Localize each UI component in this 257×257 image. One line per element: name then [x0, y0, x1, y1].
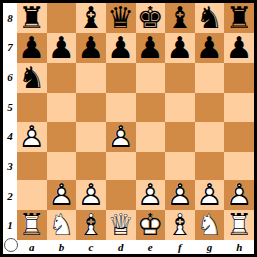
rank-label-6: 6	[3, 62, 17, 92]
square-h6[interactable]	[224, 63, 254, 93]
rank-label-5: 5	[3, 92, 17, 122]
square-f6[interactable]	[165, 63, 195, 93]
square-c5[interactable]	[76, 93, 106, 122]
piece-outline-layer: ♘	[196, 210, 223, 240]
piece-black-pawn[interactable]: ♟	[224, 33, 254, 63]
piece-outline-layer: ♙	[226, 180, 253, 210]
square-a6[interactable]: ♞	[17, 63, 47, 93]
square-c6[interactable]	[76, 63, 106, 93]
square-d8[interactable]: ♛	[106, 3, 136, 33]
square-f1[interactable]: ♝♗	[165, 210, 195, 240]
square-d1[interactable]: ♛♕	[106, 210, 136, 240]
square-b3[interactable]	[47, 152, 77, 181]
square-g6[interactable]	[195, 63, 225, 93]
square-e3[interactable]	[136, 152, 166, 181]
piece-black-pawn[interactable]: ♟	[47, 33, 77, 63]
square-g3[interactable]	[195, 152, 225, 181]
square-b4[interactable]	[47, 122, 77, 152]
piece-white-pawn[interactable]: ♟♙	[106, 122, 136, 152]
rank-label-2: 2	[3, 181, 17, 211]
square-g5[interactable]	[195, 93, 225, 122]
square-g4[interactable]	[195, 122, 225, 152]
square-g8[interactable]: ♞	[195, 3, 225, 33]
square-f2[interactable]: ♟♙	[165, 180, 195, 210]
piece-white-knight[interactable]: ♞♘	[195, 210, 225, 240]
piece-outline-layer: ♙	[18, 122, 45, 152]
piece-black-queen[interactable]: ♛	[106, 3, 136, 33]
piece-white-bishop[interactable]: ♝♗	[165, 210, 195, 240]
square-f7[interactable]: ♟	[165, 33, 195, 63]
rank-label-7: 7	[3, 33, 17, 63]
piece-black-pawn[interactable]: ♟	[17, 33, 47, 63]
piece-white-rook[interactable]: ♜♖	[17, 210, 47, 240]
square-f4[interactable]	[165, 122, 195, 152]
square-b8[interactable]	[47, 3, 77, 33]
piece-outline-layer: ♙	[78, 180, 105, 210]
piece-outline-layer: ♙	[107, 122, 134, 152]
square-b7[interactable]: ♟	[47, 33, 77, 63]
piece-outline-layer: ♙	[137, 180, 164, 210]
piece-white-pawn[interactable]: ♟♙	[136, 180, 166, 210]
piece-outline-layer: ♖	[18, 210, 45, 240]
piece-outline-layer: ♗	[166, 210, 193, 240]
square-h7[interactable]: ♟	[224, 33, 254, 63]
piece-black-pawn[interactable]: ♟	[106, 33, 136, 63]
piece-black-rook[interactable]: ♜	[224, 3, 254, 33]
piece-black-knight[interactable]: ♞	[195, 3, 225, 33]
piece-white-rook[interactable]: ♜♖	[224, 210, 254, 240]
square-e6[interactable]	[136, 63, 166, 93]
square-g7[interactable]: ♟	[195, 33, 225, 63]
square-e7[interactable]: ♟	[136, 33, 166, 63]
file-label-a: a	[17, 240, 47, 254]
rank-label-4: 4	[3, 122, 17, 152]
file-label-c: c	[76, 240, 106, 254]
board[interactable]: ♜♝♛♚♝♞♜♟♟♟♟♟♟♟♟♞♟♙♟♙♟♙♟♙♟♙♟♙♟♙♟♙♜♖♞♘♝♗♛♕…	[17, 3, 254, 240]
piece-white-pawn[interactable]: ♟♙	[165, 180, 195, 210]
piece-outline-layer: ♕	[107, 210, 134, 240]
square-e8[interactable]: ♚	[136, 3, 166, 33]
piece-white-bishop[interactable]: ♝♗	[76, 210, 106, 240]
square-h2[interactable]: ♟♙	[224, 180, 254, 210]
piece-black-pawn[interactable]: ♟	[136, 33, 166, 63]
piece-outline-layer: ♙	[48, 180, 75, 210]
square-d3[interactable]	[106, 152, 136, 181]
piece-outline-layer: ♙	[196, 180, 223, 210]
square-b2[interactable]: ♟♙	[47, 180, 77, 210]
square-f5[interactable]	[165, 93, 195, 122]
piece-black-pawn[interactable]: ♟	[76, 33, 106, 63]
piece-white-pawn[interactable]: ♟♙	[76, 180, 106, 210]
white-to-move-indicator	[4, 238, 18, 252]
piece-white-pawn[interactable]: ♟♙	[17, 122, 47, 152]
square-h5[interactable]	[224, 93, 254, 122]
square-h4[interactable]	[224, 122, 254, 152]
piece-white-pawn[interactable]: ♟♙	[47, 180, 77, 210]
square-d7[interactable]: ♟	[106, 33, 136, 63]
piece-white-pawn[interactable]: ♟♙	[195, 180, 225, 210]
chess-diagram: 87654321 ♜♝♛♚♝♞♜♟♟♟♟♟♟♟♟♞♟♙♟♙♟♙♟♙♟♙♟♙♟♙♟…	[0, 0, 257, 257]
square-f3[interactable]	[165, 152, 195, 181]
piece-black-knight[interactable]: ♞	[17, 63, 47, 93]
square-h1[interactable]: ♜♖	[224, 210, 254, 240]
rank-label-8: 8	[3, 3, 17, 33]
square-b6[interactable]	[47, 63, 77, 93]
piece-black-king[interactable]: ♚	[136, 3, 166, 33]
file-label-b: b	[47, 240, 77, 254]
square-d4[interactable]: ♟♙	[106, 122, 136, 152]
square-e5[interactable]	[136, 93, 166, 122]
piece-outline-layer: ♔	[137, 210, 164, 240]
square-a1[interactable]: ♜♖	[17, 210, 47, 240]
file-label-d: d	[106, 240, 136, 254]
square-g2[interactable]: ♟♙	[195, 180, 225, 210]
square-c7[interactable]: ♟	[76, 33, 106, 63]
piece-outline-layer: ♙	[166, 180, 193, 210]
square-a2[interactable]	[17, 180, 47, 210]
square-c1[interactable]: ♝♗	[76, 210, 106, 240]
square-a7[interactable]: ♟	[17, 33, 47, 63]
square-e1[interactable]: ♚♔	[136, 210, 166, 240]
square-c3[interactable]	[76, 152, 106, 181]
square-h3[interactable]	[224, 152, 254, 181]
piece-white-pawn[interactable]: ♟♙	[224, 180, 254, 210]
piece-black-bishop[interactable]: ♝	[76, 3, 106, 33]
file-label-g: g	[195, 240, 225, 254]
square-c4[interactable]	[76, 122, 106, 152]
square-g1[interactable]: ♞♘	[195, 210, 225, 240]
square-a5[interactable]	[17, 93, 47, 122]
piece-outline-layer: ♗	[78, 210, 105, 240]
square-d5[interactable]	[106, 93, 136, 122]
piece-black-pawn[interactable]: ♟	[195, 33, 225, 63]
rank-label-3: 3	[3, 151, 17, 181]
square-d6[interactable]	[106, 63, 136, 93]
square-d2[interactable]	[106, 180, 136, 210]
piece-white-knight[interactable]: ♞♘	[47, 210, 77, 240]
square-f8[interactable]: ♝	[165, 3, 195, 33]
piece-black-bishop[interactable]: ♝	[165, 3, 195, 33]
piece-white-queen[interactable]: ♛♕	[106, 210, 136, 240]
square-c2[interactable]: ♟♙	[76, 180, 106, 210]
square-c8[interactable]: ♝	[76, 3, 106, 33]
square-a4[interactable]: ♟♙	[17, 122, 47, 152]
file-label-e: e	[136, 240, 166, 254]
square-a8[interactable]: ♜	[17, 3, 47, 33]
file-label-h: h	[224, 240, 254, 254]
rank-labels: 87654321	[3, 3, 17, 240]
file-label-f: f	[165, 240, 195, 254]
file-labels: abcdefgh	[17, 240, 254, 254]
piece-black-pawn[interactable]: ♟	[165, 33, 195, 63]
piece-outline-layer: ♘	[48, 210, 75, 240]
square-h8[interactable]: ♜	[224, 3, 254, 33]
square-b1[interactable]: ♞♘	[47, 210, 77, 240]
square-e4[interactable]	[136, 122, 166, 152]
square-a3[interactable]	[17, 152, 47, 181]
piece-white-king[interactable]: ♚♔	[136, 210, 166, 240]
piece-black-rook[interactable]: ♜	[17, 3, 47, 33]
square-e2[interactable]: ♟♙	[136, 180, 166, 210]
rank-label-1: 1	[3, 210, 17, 240]
piece-outline-layer: ♖	[226, 210, 253, 240]
square-b5[interactable]	[47, 93, 77, 122]
